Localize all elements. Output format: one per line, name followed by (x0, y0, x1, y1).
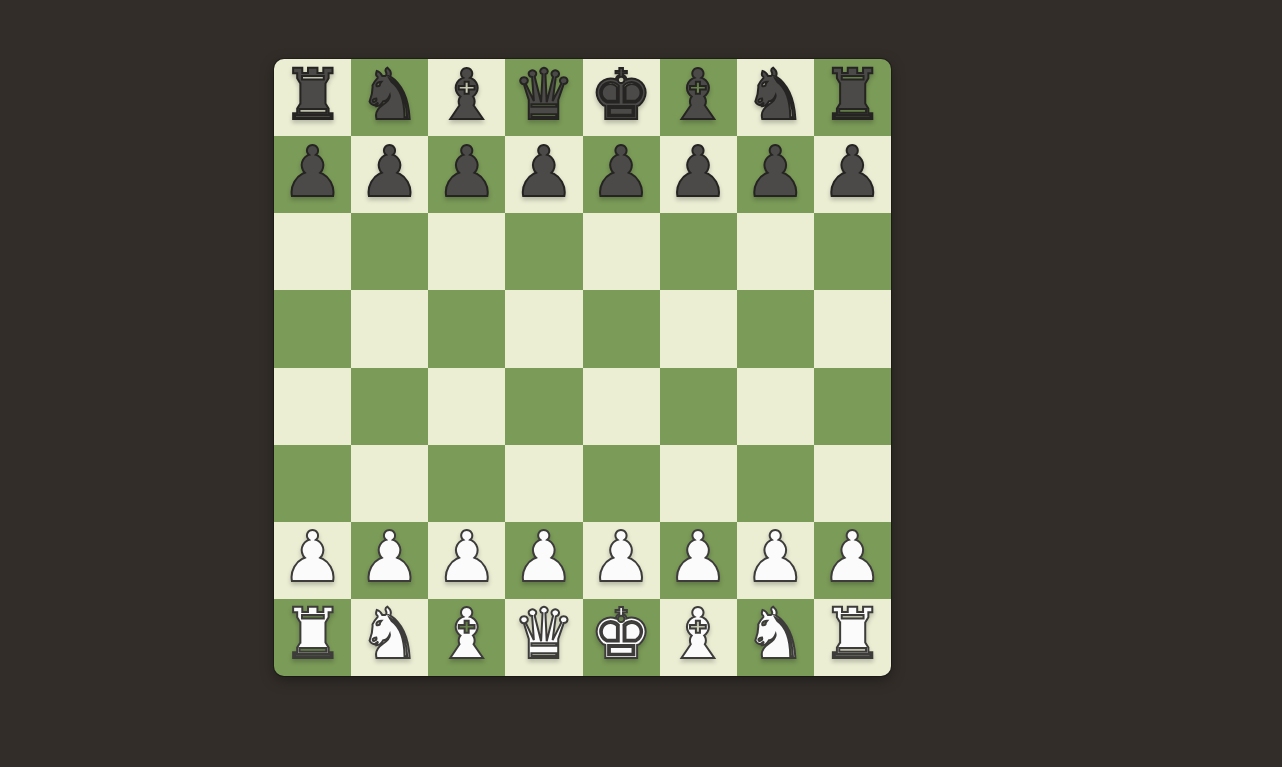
piece-white-king[interactable]: ♚ (590, 599, 653, 669)
piece-black-pawn[interactable]: ♟ (667, 137, 730, 207)
square-h2[interactable]: ♟ (814, 522, 891, 599)
piece-black-pawn[interactable]: ♟ (744, 137, 807, 207)
chess-board: ♜♞♝♛♚♝♞♜♟♟♟♟♟♟♟♟♟♟♟♟♟♟♟♟♜♞♝♛♚♝♞♜ (274, 59, 891, 676)
square-b5[interactable] (351, 290, 428, 367)
square-h7[interactable]: ♟ (814, 136, 891, 213)
square-c1[interactable]: ♝ (428, 599, 505, 676)
square-d1[interactable]: ♛ (505, 599, 582, 676)
piece-black-bishop[interactable]: ♝ (667, 60, 730, 130)
square-f7[interactable]: ♟ (660, 136, 737, 213)
piece-white-rook[interactable]: ♜ (821, 599, 884, 669)
square-d7[interactable]: ♟ (505, 136, 582, 213)
square-b4[interactable] (351, 368, 428, 445)
piece-white-bishop[interactable]: ♝ (667, 599, 730, 669)
square-e2[interactable]: ♟ (583, 522, 660, 599)
square-d8[interactable]: ♛ (505, 59, 582, 136)
square-c8[interactable]: ♝ (428, 59, 505, 136)
square-h6[interactable] (814, 213, 891, 290)
piece-black-pawn[interactable]: ♟ (513, 137, 576, 207)
piece-white-pawn[interactable]: ♟ (435, 522, 498, 592)
piece-black-king[interactable]: ♚ (590, 60, 653, 130)
piece-white-pawn[interactable]: ♟ (590, 522, 653, 592)
square-e6[interactable] (583, 213, 660, 290)
piece-white-pawn[interactable]: ♟ (667, 522, 730, 592)
square-b7[interactable]: ♟ (351, 136, 428, 213)
piece-black-knight[interactable]: ♞ (744, 60, 807, 130)
piece-white-rook[interactable]: ♜ (281, 599, 344, 669)
square-b2[interactable]: ♟ (351, 522, 428, 599)
square-a8[interactable]: ♜ (274, 59, 351, 136)
square-c3[interactable] (428, 445, 505, 522)
square-g1[interactable]: ♞ (737, 599, 814, 676)
square-a1[interactable]: ♜ (274, 599, 351, 676)
square-e3[interactable] (583, 445, 660, 522)
piece-white-queen[interactable]: ♛ (513, 599, 576, 669)
piece-white-pawn[interactable]: ♟ (821, 522, 884, 592)
piece-black-pawn[interactable]: ♟ (590, 137, 653, 207)
square-h5[interactable] (814, 290, 891, 367)
piece-black-pawn[interactable]: ♟ (281, 137, 344, 207)
square-b8[interactable]: ♞ (351, 59, 428, 136)
piece-white-pawn[interactable]: ♟ (281, 522, 344, 592)
square-e8[interactable]: ♚ (583, 59, 660, 136)
square-a7[interactable]: ♟ (274, 136, 351, 213)
square-f4[interactable] (660, 368, 737, 445)
piece-white-bishop[interactable]: ♝ (435, 599, 498, 669)
piece-black-rook[interactable]: ♜ (821, 60, 884, 130)
piece-black-rook[interactable]: ♜ (281, 60, 344, 130)
square-e1[interactable]: ♚ (583, 599, 660, 676)
piece-white-pawn[interactable]: ♟ (744, 522, 807, 592)
app-background: ♜♞♝♛♚♝♞♜♟♟♟♟♟♟♟♟♟♟♟♟♟♟♟♟♜♞♝♛♚♝♞♜ (0, 0, 1282, 767)
square-g8[interactable]: ♞ (737, 59, 814, 136)
square-a4[interactable] (274, 368, 351, 445)
square-h1[interactable]: ♜ (814, 599, 891, 676)
square-h8[interactable]: ♜ (814, 59, 891, 136)
square-h3[interactable] (814, 445, 891, 522)
square-c6[interactable] (428, 213, 505, 290)
piece-black-queen[interactable]: ♛ (513, 60, 576, 130)
piece-black-pawn[interactable]: ♟ (358, 137, 421, 207)
square-g7[interactable]: ♟ (737, 136, 814, 213)
piece-black-bishop[interactable]: ♝ (435, 60, 498, 130)
square-f5[interactable] (660, 290, 737, 367)
square-e4[interactable] (583, 368, 660, 445)
square-g3[interactable] (737, 445, 814, 522)
piece-black-pawn[interactable]: ♟ (435, 137, 498, 207)
piece-white-knight[interactable]: ♞ (358, 599, 421, 669)
piece-white-pawn[interactable]: ♟ (358, 522, 421, 592)
square-e5[interactable] (583, 290, 660, 367)
square-f8[interactable]: ♝ (660, 59, 737, 136)
square-f2[interactable]: ♟ (660, 522, 737, 599)
square-f3[interactable] (660, 445, 737, 522)
square-a3[interactable] (274, 445, 351, 522)
square-b1[interactable]: ♞ (351, 599, 428, 676)
square-f6[interactable] (660, 213, 737, 290)
square-f1[interactable]: ♝ (660, 599, 737, 676)
square-c2[interactable]: ♟ (428, 522, 505, 599)
square-c7[interactable]: ♟ (428, 136, 505, 213)
square-d2[interactable]: ♟ (505, 522, 582, 599)
square-c4[interactable] (428, 368, 505, 445)
piece-white-knight[interactable]: ♞ (744, 599, 807, 669)
square-h4[interactable] (814, 368, 891, 445)
square-g4[interactable] (737, 368, 814, 445)
square-a2[interactable]: ♟ (274, 522, 351, 599)
square-b6[interactable] (351, 213, 428, 290)
square-c5[interactable] (428, 290, 505, 367)
square-a6[interactable] (274, 213, 351, 290)
piece-white-pawn[interactable]: ♟ (513, 522, 576, 592)
square-g5[interactable] (737, 290, 814, 367)
square-g6[interactable] (737, 213, 814, 290)
square-g2[interactable]: ♟ (737, 522, 814, 599)
piece-black-knight[interactable]: ♞ (358, 60, 421, 130)
square-d3[interactable] (505, 445, 582, 522)
square-e7[interactable]: ♟ (583, 136, 660, 213)
square-d5[interactable] (505, 290, 582, 367)
square-d4[interactable] (505, 368, 582, 445)
piece-black-pawn[interactable]: ♟ (821, 137, 884, 207)
square-a5[interactable] (274, 290, 351, 367)
square-d6[interactable] (505, 213, 582, 290)
square-b3[interactable] (351, 445, 428, 522)
